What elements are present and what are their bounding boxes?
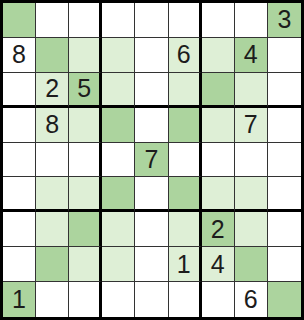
cell-r1c7[interactable]	[202, 3, 235, 38]
cell-r1c2[interactable]	[36, 3, 69, 38]
cell-r6c8[interactable]	[235, 177, 268, 212]
cell-r4c3[interactable]	[69, 108, 102, 143]
cell-r4c1[interactable]	[3, 108, 36, 143]
cell-r7c5[interactable]	[135, 212, 168, 247]
cell-r2c3[interactable]	[69, 38, 102, 73]
cell-r6c1[interactable]	[3, 177, 36, 212]
sudoku-board: 38642587721416	[0, 0, 304, 320]
cell-r8c8[interactable]	[235, 247, 268, 282]
cell-r9c6[interactable]	[169, 282, 202, 317]
cell-r7c8[interactable]	[235, 212, 268, 247]
cell-r5c6[interactable]	[169, 143, 202, 178]
cell-r5c2[interactable]	[36, 143, 69, 178]
cell-r1c9[interactable]: 3	[268, 3, 301, 38]
cell-r5c4[interactable]	[102, 143, 135, 178]
cell-r8c1[interactable]	[3, 247, 36, 282]
cell-r6c7[interactable]	[202, 177, 235, 212]
cell-r4c2[interactable]: 8	[36, 108, 69, 143]
cell-r8c5[interactable]	[135, 247, 168, 282]
cell-r7c7[interactable]: 2	[202, 212, 235, 247]
cell-r8c3[interactable]	[69, 247, 102, 282]
cell-r6c9[interactable]	[268, 177, 301, 212]
cell-r8c2[interactable]	[36, 247, 69, 282]
cell-r1c8[interactable]	[235, 3, 268, 38]
cell-r9c7[interactable]	[202, 282, 235, 317]
cell-r2c4[interactable]	[102, 38, 135, 73]
cell-r8c7[interactable]: 4	[202, 247, 235, 282]
cell-r2c1[interactable]: 8	[3, 38, 36, 73]
cell-r7c4[interactable]	[102, 212, 135, 247]
cell-r9c9[interactable]	[268, 282, 301, 317]
cell-r3c3[interactable]: 5	[69, 73, 102, 108]
cell-r6c5[interactable]	[135, 177, 168, 212]
cell-r2c7[interactable]	[202, 38, 235, 73]
cell-r4c5[interactable]	[135, 108, 168, 143]
cell-r3c5[interactable]	[135, 73, 168, 108]
cell-r5c9[interactable]	[268, 143, 301, 178]
cell-r9c4[interactable]	[102, 282, 135, 317]
cell-r1c4[interactable]	[102, 3, 135, 38]
cell-r5c5[interactable]: 7	[135, 143, 168, 178]
cell-r4c9[interactable]	[268, 108, 301, 143]
cell-r7c3[interactable]	[69, 212, 102, 247]
cell-r9c3[interactable]	[69, 282, 102, 317]
cell-r6c6[interactable]	[169, 177, 202, 212]
cell-r3c2[interactable]: 2	[36, 73, 69, 108]
cell-r2c9[interactable]	[268, 38, 301, 73]
cell-r4c4[interactable]	[102, 108, 135, 143]
cell-r8c9[interactable]	[268, 247, 301, 282]
cell-r2c2[interactable]	[36, 38, 69, 73]
cell-r4c7[interactable]	[202, 108, 235, 143]
cell-r5c8[interactable]	[235, 143, 268, 178]
cell-r9c5[interactable]	[135, 282, 168, 317]
cell-r6c4[interactable]	[102, 177, 135, 212]
cell-r3c6[interactable]	[169, 73, 202, 108]
cell-r1c5[interactable]	[135, 3, 168, 38]
cell-r3c9[interactable]	[268, 73, 301, 108]
cell-r2c5[interactable]	[135, 38, 168, 73]
cell-r6c3[interactable]	[69, 177, 102, 212]
cell-r1c6[interactable]	[169, 3, 202, 38]
cell-r9c2[interactable]	[36, 282, 69, 317]
cell-r3c4[interactable]	[102, 73, 135, 108]
cell-r7c6[interactable]	[169, 212, 202, 247]
cell-r9c1[interactable]: 1	[3, 282, 36, 317]
cell-r8c4[interactable]	[102, 247, 135, 282]
cell-r7c2[interactable]	[36, 212, 69, 247]
cell-r3c7[interactable]	[202, 73, 235, 108]
cell-r5c7[interactable]	[202, 143, 235, 178]
cell-r7c1[interactable]	[3, 212, 36, 247]
cell-r1c3[interactable]	[69, 3, 102, 38]
cell-r3c1[interactable]	[3, 73, 36, 108]
cell-r4c6[interactable]	[169, 108, 202, 143]
cell-r3c8[interactable]	[235, 73, 268, 108]
cell-r2c6[interactable]: 6	[169, 38, 202, 73]
cell-r5c1[interactable]	[3, 143, 36, 178]
cell-r8c6[interactable]: 1	[169, 247, 202, 282]
cell-r1c1[interactable]	[3, 3, 36, 38]
cell-r6c2[interactable]	[36, 177, 69, 212]
cell-r5c3[interactable]	[69, 143, 102, 178]
cell-r2c8[interactable]: 4	[235, 38, 268, 73]
cell-r9c8[interactable]: 6	[235, 282, 268, 317]
cell-r7c9[interactable]	[268, 212, 301, 247]
cell-r4c8[interactable]: 7	[235, 108, 268, 143]
